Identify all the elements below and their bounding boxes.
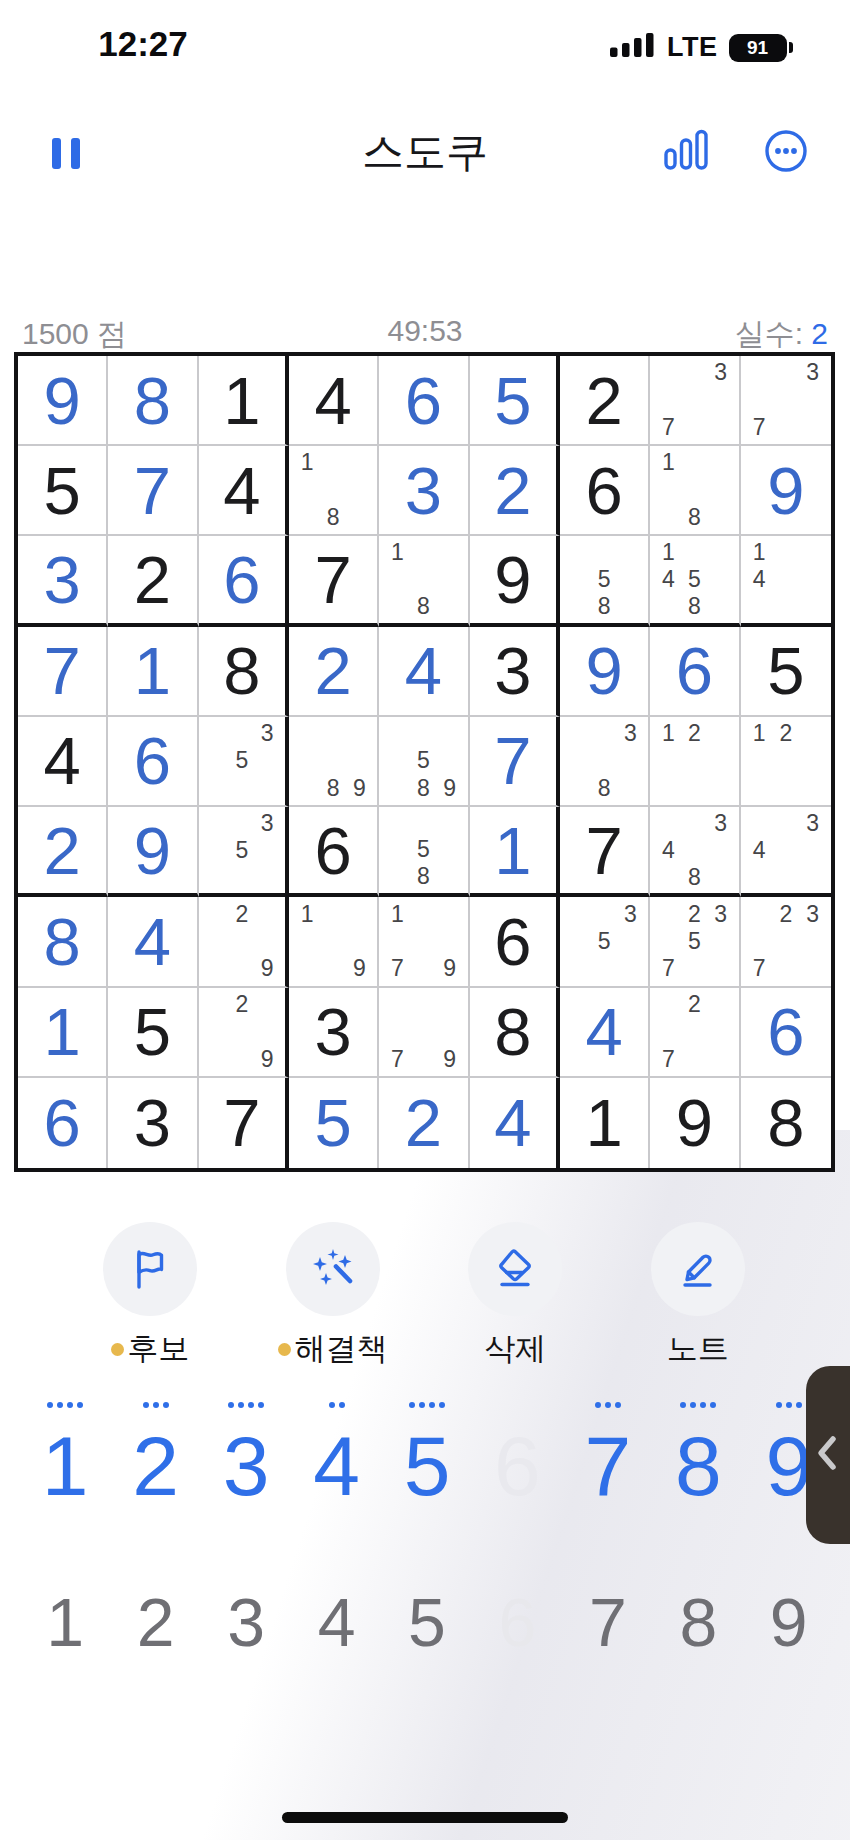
cell-r4c7[interactable]: 9	[560, 627, 650, 717]
pencil-notes: 12	[655, 720, 733, 802]
user-digit: 5	[494, 367, 531, 434]
cell-r8c2[interactable]: 5	[108, 988, 198, 1078]
user-digit: 2	[405, 1089, 442, 1156]
user-digit: 5	[315, 1089, 352, 1156]
remaining-dots	[329, 1398, 345, 1412]
network-type-label: LTE	[667, 32, 718, 63]
cell-r4c2[interactable]: 1	[108, 627, 198, 717]
cell-r5c1[interactable]: 4	[18, 717, 108, 807]
pencil-notes: 35	[565, 900, 643, 982]
pencil-notes: 58	[565, 539, 643, 619]
numpad-digit-2[interactable]: 2	[110, 1398, 200, 1508]
given-digit: 8	[223, 637, 260, 704]
cell-r4c1[interactable]: 7	[18, 627, 108, 717]
given-digit: 6	[586, 457, 623, 524]
user-digit: 6	[405, 367, 442, 434]
user-digit: 6	[134, 727, 171, 794]
cell-r9c2[interactable]: 3	[108, 1078, 198, 1168]
notes-label: 노트	[667, 1328, 729, 1370]
cell-r8c9[interactable]: 6	[741, 988, 831, 1078]
user-digit: 6	[223, 546, 260, 613]
user-digit: 3	[405, 457, 442, 524]
given-digit: 3	[134, 1089, 171, 1156]
pencil-notes: 589	[384, 720, 462, 802]
cell-r6c5[interactable]: 58	[379, 807, 469, 897]
cell-r2c4[interactable]: 18	[289, 446, 379, 536]
numpad-digit-8[interactable]: 8	[653, 1398, 743, 1508]
pencil-notes: 1458	[655, 539, 733, 619]
cell-r2c5[interactable]: 3	[379, 446, 469, 536]
given-digit: 8	[494, 998, 531, 1065]
cell-r6c4[interactable]: 6	[289, 807, 379, 897]
pencil-notes: 18	[655, 449, 733, 531]
candidates-button[interactable]: 후보	[68, 1222, 232, 1370]
pencil-notes: 27	[655, 991, 733, 1073]
pencil-notes: 37	[655, 359, 733, 441]
note-digit-5[interactable]: 5	[382, 1588, 472, 1656]
stats-button[interactable]	[663, 129, 709, 175]
cell-r2c3[interactable]: 4	[199, 446, 289, 536]
remaining-dots	[595, 1398, 621, 1412]
entry-digit-label: 8	[675, 1424, 722, 1508]
given-digit: 6	[315, 817, 352, 884]
numpad-digit-3[interactable]: 3	[201, 1398, 291, 1508]
cell-r8c1[interactable]: 1	[18, 988, 108, 1078]
cell-r1c8[interactable]: 37	[650, 356, 740, 446]
cell-r7c3[interactable]: 29	[199, 897, 289, 987]
cell-r6c2[interactable]: 9	[108, 807, 198, 897]
entry-digit-label: 5	[404, 1424, 451, 1508]
user-digit: 4	[405, 637, 442, 704]
cell-r1c7[interactable]: 2	[560, 356, 650, 446]
numpad-digit-6[interactable]: 6	[472, 1398, 562, 1508]
cell-r5c4[interactable]: 89	[289, 717, 379, 807]
cell-r8c8[interactable]: 27	[650, 988, 740, 1078]
cell-r2c1[interactable]: 5	[18, 446, 108, 536]
cell-r1c4[interactable]: 4	[289, 356, 379, 446]
given-digit: 2	[134, 546, 171, 613]
cell-r6c6[interactable]: 1	[470, 807, 560, 897]
sudoku-board: 9814652373757418326189326718958145814718…	[14, 352, 835, 1172]
remaining-dots	[680, 1398, 716, 1412]
user-digit: 9	[767, 457, 804, 524]
cell-r7c6[interactable]: 6	[470, 897, 560, 987]
numpad-note-row: 123456789	[20, 1588, 834, 1656]
cell-r9c3[interactable]: 7	[199, 1078, 289, 1168]
erase-label: 삭제	[484, 1328, 546, 1370]
cell-r3c8[interactable]: 1458	[650, 536, 740, 626]
remaining-dots	[228, 1398, 264, 1412]
more-button[interactable]	[764, 129, 808, 177]
given-digit: 7	[586, 817, 623, 884]
cell-r3c6[interactable]: 9	[470, 536, 560, 626]
battery-icon: 91	[729, 34, 787, 62]
cell-r3c7[interactable]: 58	[560, 536, 650, 626]
pencil-notes: 37	[746, 359, 826, 441]
home-indicator[interactable]	[282, 1812, 568, 1823]
user-digit: 8	[44, 908, 81, 975]
cell-r7c7[interactable]: 35	[560, 897, 650, 987]
numpad-entry-row: 123456789	[20, 1398, 834, 1508]
cell-r6c1[interactable]: 2	[18, 807, 108, 897]
erase-button[interactable]: 삭제	[433, 1222, 597, 1370]
cell-r9c4[interactable]: 5	[289, 1078, 379, 1168]
cell-r5c3[interactable]: 35	[199, 717, 289, 807]
cell-r6c3[interactable]: 35	[199, 807, 289, 897]
user-digit: 2	[494, 457, 531, 524]
cell-r2c6[interactable]: 2	[470, 446, 560, 536]
given-digit: 2	[586, 367, 623, 434]
bar-chart-icon	[663, 157, 709, 174]
cell-r8c6[interactable]: 8	[470, 988, 560, 1078]
user-digit: 2	[44, 817, 81, 884]
given-digit: 8	[767, 1089, 804, 1156]
cell-r1c6[interactable]: 5	[470, 356, 560, 446]
cell-r8c3[interactable]: 29	[199, 988, 289, 1078]
cell-r8c7[interactable]: 4	[560, 988, 650, 1078]
candidates-label: 후보	[128, 1328, 190, 1370]
user-digit: 4	[494, 1089, 531, 1156]
entry-digit-label: 6	[494, 1424, 541, 1508]
pencil-notes: 18	[294, 449, 372, 531]
numpad-digit-5[interactable]: 5	[382, 1398, 472, 1508]
cell-r9c7[interactable]: 1	[560, 1078, 650, 1168]
note-digit-7[interactable]: 7	[563, 1588, 653, 1656]
solution-button[interactable]: 해결책	[251, 1222, 415, 1370]
cell-r5c5[interactable]: 589	[379, 717, 469, 807]
cell-r3c2[interactable]: 2	[108, 536, 198, 626]
cell-r1c3[interactable]: 1	[199, 356, 289, 446]
cell-r2c8[interactable]: 18	[650, 446, 740, 536]
cell-r1c5[interactable]: 6	[379, 356, 469, 446]
pencil-notes: 35	[204, 810, 280, 890]
pencil-notes: 348	[655, 810, 733, 890]
cell-r4c3[interactable]: 8	[199, 627, 289, 717]
cell-r9c8[interactable]: 9	[650, 1078, 740, 1168]
cell-r4c6[interactable]: 3	[470, 627, 560, 717]
cell-r3c1[interactable]: 3	[18, 536, 108, 626]
cell-r7c2[interactable]: 4	[108, 897, 198, 987]
timer-label: 49:53	[22, 314, 828, 348]
game-info-bar: 1500 점 49:53 실수: 2	[22, 314, 828, 350]
cell-r3c9[interactable]: 14	[741, 536, 831, 626]
user-digit: 1	[134, 637, 171, 704]
magic-wand-icon	[286, 1222, 380, 1316]
numpad-digit-1[interactable]: 1	[20, 1398, 110, 1508]
cell-r5c2[interactable]: 6	[108, 717, 198, 807]
note-digit-6[interactable]: 6	[472, 1588, 562, 1656]
pencil-notes: 12	[746, 720, 826, 802]
given-digit: 4	[315, 367, 352, 434]
note-digit-3[interactable]: 3	[201, 1588, 291, 1656]
cell-r5c8[interactable]: 12	[650, 717, 740, 807]
user-digit: 9	[586, 637, 623, 704]
given-digit: 7	[223, 1089, 260, 1156]
eraser-icon	[468, 1222, 562, 1316]
cell-r4c9[interactable]: 5	[741, 627, 831, 717]
user-digit: 7	[44, 637, 81, 704]
cell-r1c2[interactable]: 8	[108, 356, 198, 446]
remaining-dots	[143, 1398, 169, 1412]
cell-r2c2[interactable]: 7	[108, 446, 198, 536]
pencil-notes: 237	[746, 900, 826, 982]
header: 스도쿠	[0, 118, 850, 182]
note-digit-1[interactable]: 1	[20, 1588, 110, 1656]
remaining-dots	[47, 1398, 83, 1412]
given-digit: 3	[494, 637, 531, 704]
pencil-notes: 34	[746, 810, 826, 890]
cell-r8c5[interactable]: 79	[379, 988, 469, 1078]
given-digit: 9	[494, 546, 531, 613]
sudoku-app-screen: 12:27 LTE 91 스도쿠	[0, 0, 850, 1840]
given-digit: 4	[223, 457, 260, 524]
pencil-notes: 29	[204, 991, 280, 1073]
pencil-notes: 14	[746, 539, 826, 619]
user-digit: 7	[494, 727, 531, 794]
remaining-dots	[776, 1398, 802, 1412]
given-digit: 5	[134, 998, 171, 1065]
cell-r4c5[interactable]: 4	[379, 627, 469, 717]
user-digit: 9	[44, 367, 81, 434]
cell-r7c9[interactable]: 237	[741, 897, 831, 987]
given-digit: 4	[44, 727, 81, 794]
pencil-notes: 19	[294, 900, 372, 982]
mistakes-label: 실수: 2	[735, 314, 828, 355]
user-digit: 1	[494, 817, 531, 884]
given-digit: 3	[315, 998, 352, 1065]
cell-r9c9[interactable]: 8	[741, 1078, 831, 1168]
user-digit: 9	[134, 817, 171, 884]
cell-r9c5[interactable]: 2	[379, 1078, 469, 1168]
given-digit: 9	[676, 1089, 713, 1156]
user-digit: 6	[676, 637, 713, 704]
gold-dot	[111, 1343, 124, 1356]
status-time: 12:27	[88, 24, 198, 64]
battery-percent: 91	[747, 37, 768, 59]
cell-r8c4[interactable]: 3	[289, 988, 379, 1078]
cell-r5c9[interactable]: 12	[741, 717, 831, 807]
user-digit: 4	[134, 908, 171, 975]
pencil-notes: 35	[204, 720, 280, 802]
user-digit: 6	[44, 1089, 81, 1156]
entry-digit-label: 7	[585, 1424, 632, 1508]
pencil-notes: 2357	[655, 900, 733, 982]
battery-cap	[789, 42, 793, 53]
solution-label: 해결책	[295, 1328, 388, 1370]
given-digit: 6	[494, 908, 531, 975]
user-digit: 4	[586, 998, 623, 1065]
cell-r1c1[interactable]: 9	[18, 356, 108, 446]
cell-r7c4[interactable]: 19	[289, 897, 379, 987]
signal-bars-icon	[610, 33, 656, 62]
pencil-notes: 89	[294, 720, 372, 802]
toolbar: 후보 해결책	[68, 1222, 780, 1370]
user-digit: 1	[44, 998, 81, 1065]
remaining-dots	[409, 1398, 445, 1412]
gold-dot	[278, 1343, 291, 1356]
cell-r5c7[interactable]: 38	[560, 717, 650, 807]
notes-button[interactable]: 노트	[616, 1222, 780, 1370]
cell-r7c1[interactable]: 8	[18, 897, 108, 987]
ellipsis-circle-icon	[764, 159, 808, 176]
flag-icon	[103, 1222, 197, 1316]
note-digit-8[interactable]: 8	[653, 1588, 743, 1656]
cell-r7c8[interactable]: 2357	[650, 897, 740, 987]
given-digit: 1	[223, 367, 260, 434]
chevron-left-icon	[806, 1431, 840, 1479]
note-digit-9[interactable]: 9	[744, 1588, 834, 1656]
cell-r4c8[interactable]: 6	[650, 627, 740, 717]
cell-r7c5[interactable]: 179	[379, 897, 469, 987]
entry-digit-label: 2	[132, 1424, 179, 1508]
user-digit: 7	[134, 457, 171, 524]
cell-r1c9[interactable]: 37	[741, 356, 831, 446]
side-pull-tab[interactable]	[806, 1366, 850, 1544]
pencil-notes: 179	[384, 900, 462, 982]
entry-digit-label: 3	[223, 1424, 270, 1508]
status-right-cluster: LTE 91	[610, 32, 793, 63]
entry-digit-label: 1	[42, 1424, 89, 1508]
note-digit-2[interactable]: 2	[110, 1588, 200, 1656]
cell-r3c5[interactable]: 18	[379, 536, 469, 626]
given-digit: 1	[586, 1089, 623, 1156]
cell-r6c8[interactable]: 348	[650, 807, 740, 897]
pencil-notes: 38	[565, 720, 643, 802]
given-digit: 5	[767, 637, 804, 704]
given-digit: 7	[315, 546, 352, 613]
pencil-icon	[651, 1222, 745, 1316]
note-digit-4[interactable]: 4	[291, 1588, 381, 1656]
cell-r9c6[interactable]: 4	[470, 1078, 560, 1168]
user-digit: 8	[134, 367, 171, 434]
user-digit: 3	[44, 546, 81, 613]
numpad-digit-4[interactable]: 4	[291, 1398, 381, 1508]
cell-r2c9[interactable]: 9	[741, 446, 831, 536]
pencil-notes: 18	[384, 539, 462, 619]
cell-r5c6[interactable]: 7	[470, 717, 560, 807]
cell-r9c1[interactable]: 6	[18, 1078, 108, 1168]
pencil-notes: 79	[384, 991, 462, 1073]
pencil-notes: 58	[384, 810, 462, 890]
cell-r2c7[interactable]: 6	[560, 446, 650, 536]
numpad-digit-7[interactable]: 7	[563, 1398, 653, 1508]
cell-r3c4[interactable]: 7	[289, 536, 379, 626]
cell-r6c9[interactable]: 34	[741, 807, 831, 897]
cell-r6c7[interactable]: 7	[560, 807, 650, 897]
user-digit: 2	[315, 637, 352, 704]
pencil-notes: 29	[204, 900, 280, 982]
cell-r4c4[interactable]: 2	[289, 627, 379, 717]
entry-digit-label: 4	[313, 1424, 360, 1508]
user-digit: 6	[767, 998, 804, 1065]
page-title: 스도쿠	[0, 124, 850, 180]
given-digit: 5	[44, 457, 81, 524]
mistakes-count: 2	[811, 317, 828, 350]
cell-r3c3[interactable]: 6	[199, 536, 289, 626]
